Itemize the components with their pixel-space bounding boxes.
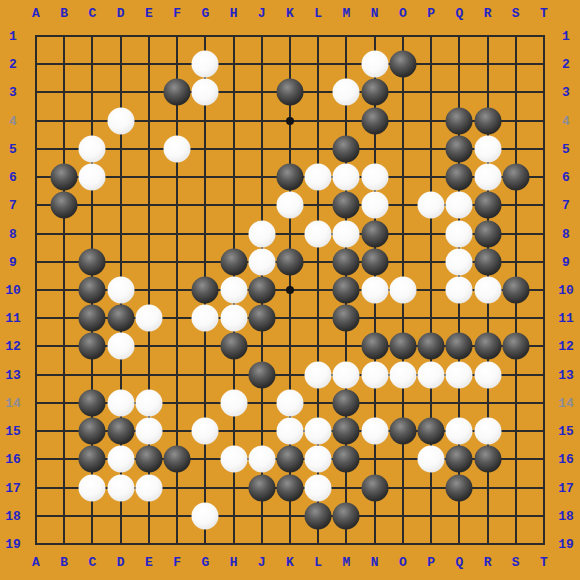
row-label-right-12: 12: [558, 339, 574, 354]
column-label-top-L: L: [314, 6, 322, 21]
row-label-left-1: 1: [9, 29, 17, 44]
white-stone-N6: [361, 164, 388, 191]
column-label-bottom-N: N: [371, 555, 379, 570]
white-stone-G15: [192, 418, 219, 445]
star-point: [286, 286, 294, 294]
row-label-right-8: 8: [562, 226, 570, 241]
row-label-right-4: 4: [562, 113, 570, 128]
white-stone-G2: [192, 51, 219, 78]
row-label-right-18: 18: [558, 508, 574, 523]
white-stone-H11: [220, 305, 247, 332]
black-stone-M18: [333, 502, 360, 529]
white-stone-R15: [474, 418, 501, 445]
column-label-bottom-O: O: [399, 555, 407, 570]
white-stone-K14: [277, 389, 304, 416]
row-label-left-3: 3: [9, 85, 17, 100]
black-stone-K9: [277, 248, 304, 275]
row-label-left-5: 5: [9, 141, 17, 156]
white-stone-H16: [220, 446, 247, 473]
white-stone-L8: [305, 220, 332, 247]
black-stone-R4: [474, 107, 501, 134]
row-label-right-15: 15: [558, 424, 574, 439]
black-stone-M7: [333, 192, 360, 219]
white-stone-M8: [333, 220, 360, 247]
row-label-right-3: 3: [562, 85, 570, 100]
black-stone-M5: [333, 135, 360, 162]
black-stone-R9: [474, 248, 501, 275]
row-label-left-19: 19: [5, 537, 21, 552]
column-label-bottom-T: T: [540, 555, 548, 570]
black-stone-R16: [474, 446, 501, 473]
row-label-right-14: 14: [558, 395, 574, 410]
white-stone-D16: [107, 446, 134, 473]
column-label-top-C: C: [89, 6, 97, 21]
column-label-bottom-F: F: [173, 555, 181, 570]
white-stone-G11: [192, 305, 219, 332]
black-stone-S12: [502, 333, 529, 360]
row-label-left-4: 4: [9, 113, 17, 128]
column-label-bottom-J: J: [258, 555, 266, 570]
black-stone-C16: [79, 446, 106, 473]
row-label-left-17: 17: [5, 480, 21, 495]
column-label-top-A: A: [32, 6, 40, 21]
white-stone-P7: [418, 192, 445, 219]
black-stone-P15: [418, 418, 445, 445]
black-stone-C10: [79, 277, 106, 304]
white-stone-N13: [361, 361, 388, 388]
column-label-top-N: N: [371, 6, 379, 21]
white-stone-L17: [305, 474, 332, 501]
black-stone-N17: [361, 474, 388, 501]
column-label-bottom-B: B: [60, 555, 68, 570]
white-stone-D17: [107, 474, 134, 501]
column-label-bottom-R: R: [484, 555, 492, 570]
white-stone-D4: [107, 107, 134, 134]
column-label-bottom-L: L: [314, 555, 322, 570]
white-stone-Q15: [446, 418, 473, 445]
black-stone-B6: [51, 164, 78, 191]
row-label-right-13: 13: [558, 367, 574, 382]
row-label-left-15: 15: [5, 424, 21, 439]
row-label-right-9: 9: [562, 254, 570, 269]
column-label-bottom-D: D: [117, 555, 125, 570]
row-label-left-2: 2: [9, 57, 17, 72]
row-label-left-14: 14: [5, 395, 21, 410]
black-stone-H9: [220, 248, 247, 275]
white-stone-R13: [474, 361, 501, 388]
black-stone-R7: [474, 192, 501, 219]
row-label-right-16: 16: [558, 452, 574, 467]
column-label-top-R: R: [484, 6, 492, 21]
black-stone-D15: [107, 418, 134, 445]
black-stone-Q4: [446, 107, 473, 134]
black-stone-C9: [79, 248, 106, 275]
column-label-top-O: O: [399, 6, 407, 21]
white-stone-M13: [333, 361, 360, 388]
black-stone-N8: [361, 220, 388, 247]
column-label-top-K: K: [286, 6, 294, 21]
black-stone-B7: [51, 192, 78, 219]
black-stone-O12: [389, 333, 416, 360]
black-stone-N3: [361, 79, 388, 106]
black-stone-C15: [79, 418, 106, 445]
black-stone-R8: [474, 220, 501, 247]
column-label-bottom-A: A: [32, 555, 40, 570]
row-label-left-18: 18: [5, 508, 21, 523]
black-stone-K17: [277, 474, 304, 501]
column-label-top-T: T: [540, 6, 548, 21]
column-label-bottom-H: H: [230, 555, 238, 570]
white-stone-N7: [361, 192, 388, 219]
black-stone-M16: [333, 446, 360, 473]
white-stone-E17: [135, 474, 162, 501]
black-stone-F3: [164, 79, 191, 106]
column-label-top-G: G: [201, 6, 209, 21]
row-label-left-10: 10: [5, 283, 21, 298]
black-stone-K6: [277, 164, 304, 191]
row-label-left-13: 13: [5, 367, 21, 382]
white-stone-G18: [192, 502, 219, 529]
white-stone-J8: [248, 220, 275, 247]
black-stone-Q5: [446, 135, 473, 162]
column-label-bottom-P: P: [427, 555, 435, 570]
black-stone-Q16: [446, 446, 473, 473]
white-stone-N10: [361, 277, 388, 304]
black-stone-Q12: [446, 333, 473, 360]
row-label-right-10: 10: [558, 283, 574, 298]
row-label-right-1: 1: [562, 29, 570, 44]
white-stone-O13: [389, 361, 416, 388]
row-label-left-7: 7: [9, 198, 17, 213]
white-stone-O10: [389, 277, 416, 304]
black-stone-N4: [361, 107, 388, 134]
column-label-bottom-G: G: [201, 555, 209, 570]
white-stone-Q8: [446, 220, 473, 247]
white-stone-K15: [277, 418, 304, 445]
row-label-right-17: 17: [558, 480, 574, 495]
black-stone-C11: [79, 305, 106, 332]
grid-line-horizontal: [35, 515, 545, 517]
white-stone-D14: [107, 389, 134, 416]
black-stone-P12: [418, 333, 445, 360]
black-stone-J10: [248, 277, 275, 304]
column-label-bottom-C: C: [89, 555, 97, 570]
white-stone-C6: [79, 164, 106, 191]
black-stone-D11: [107, 305, 134, 332]
white-stone-L15: [305, 418, 332, 445]
column-label-top-E: E: [145, 6, 153, 21]
black-stone-J17: [248, 474, 275, 501]
grid-line-vertical: [543, 35, 545, 545]
white-stone-K7: [277, 192, 304, 219]
white-stone-J16: [248, 446, 275, 473]
black-stone-E16: [135, 446, 162, 473]
black-stone-O15: [389, 418, 416, 445]
column-label-bottom-S: S: [512, 555, 520, 570]
white-stone-E11: [135, 305, 162, 332]
black-stone-M14: [333, 389, 360, 416]
white-stone-M3: [333, 79, 360, 106]
row-label-right-6: 6: [562, 170, 570, 185]
white-stone-Q7: [446, 192, 473, 219]
white-stone-L13: [305, 361, 332, 388]
white-stone-Q13: [446, 361, 473, 388]
white-stone-L6: [305, 164, 332, 191]
column-label-top-Q: Q: [455, 6, 463, 21]
column-label-top-B: B: [60, 6, 68, 21]
black-stone-G10: [192, 277, 219, 304]
row-label-left-8: 8: [9, 226, 17, 241]
white-stone-J9: [248, 248, 275, 275]
column-label-top-M: M: [343, 6, 351, 21]
row-label-left-9: 9: [9, 254, 17, 269]
column-label-bottom-E: E: [145, 555, 153, 570]
black-stone-M9: [333, 248, 360, 275]
white-stone-H14: [220, 389, 247, 416]
white-stone-D10: [107, 277, 134, 304]
black-stone-S6: [502, 164, 529, 191]
black-stone-K3: [277, 79, 304, 106]
white-stone-D12: [107, 333, 134, 360]
column-label-top-S: S: [512, 6, 520, 21]
row-label-left-11: 11: [5, 311, 21, 326]
row-label-right-19: 19: [558, 537, 574, 552]
white-stone-P13: [418, 361, 445, 388]
white-stone-R10: [474, 277, 501, 304]
white-stone-P16: [418, 446, 445, 473]
black-stone-F16: [164, 446, 191, 473]
row-label-left-16: 16: [5, 452, 21, 467]
white-stone-M6: [333, 164, 360, 191]
black-stone-C14: [79, 389, 106, 416]
black-stone-Q17: [446, 474, 473, 501]
column-label-bottom-K: K: [286, 555, 294, 570]
row-label-right-7: 7: [562, 198, 570, 213]
black-stone-R12: [474, 333, 501, 360]
column-label-bottom-Q: Q: [455, 555, 463, 570]
white-stone-N2: [361, 51, 388, 78]
black-stone-O2: [389, 51, 416, 78]
black-stone-Q6: [446, 164, 473, 191]
star-point: [286, 117, 294, 125]
black-stone-J13: [248, 361, 275, 388]
white-stone-G3: [192, 79, 219, 106]
grid-line-horizontal: [35, 543, 545, 545]
black-stone-H12: [220, 333, 247, 360]
black-stone-C12: [79, 333, 106, 360]
row-label-left-6: 6: [9, 170, 17, 185]
black-stone-L18: [305, 502, 332, 529]
black-stone-N9: [361, 248, 388, 275]
column-label-top-D: D: [117, 6, 125, 21]
white-stone-C17: [79, 474, 106, 501]
white-stone-R5: [474, 135, 501, 162]
black-stone-M11: [333, 305, 360, 332]
column-label-top-H: H: [230, 6, 238, 21]
white-stone-E15: [135, 418, 162, 445]
black-stone-K16: [277, 446, 304, 473]
white-stone-H10: [220, 277, 247, 304]
black-stone-M10: [333, 277, 360, 304]
row-label-right-5: 5: [562, 141, 570, 156]
column-label-top-P: P: [427, 6, 435, 21]
white-stone-R6: [474, 164, 501, 191]
black-stone-N12: [361, 333, 388, 360]
white-stone-N15: [361, 418, 388, 445]
row-label-left-12: 12: [5, 339, 21, 354]
black-stone-S10: [502, 277, 529, 304]
white-stone-L16: [305, 446, 332, 473]
row-label-right-2: 2: [562, 57, 570, 72]
row-label-right-11: 11: [558, 311, 574, 326]
column-label-bottom-M: M: [343, 555, 351, 570]
column-label-top-J: J: [258, 6, 266, 21]
black-stone-M15: [333, 418, 360, 445]
white-stone-C5: [79, 135, 106, 162]
white-stone-E14: [135, 389, 162, 416]
column-label-top-F: F: [173, 6, 181, 21]
white-stone-F5: [164, 135, 191, 162]
go-board[interactable]: AABBCCDDEEFFGGHHJJKKLLMMNNOOPPQQRRSSTT11…: [0, 0, 580, 580]
white-stone-Q10: [446, 277, 473, 304]
white-stone-Q9: [446, 248, 473, 275]
black-stone-J11: [248, 305, 275, 332]
